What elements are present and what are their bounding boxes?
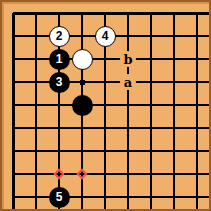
board-intersection xyxy=(2,71,25,94)
stone-black-1: 1 xyxy=(49,49,70,70)
board-intersection xyxy=(186,163,209,186)
board-intersection xyxy=(163,71,186,94)
board-intersection xyxy=(186,186,209,209)
board-intersection xyxy=(163,25,186,48)
board-intersection xyxy=(71,140,94,163)
board-intersection xyxy=(48,163,71,186)
board-intersection xyxy=(25,48,48,71)
board-intersection xyxy=(186,48,209,71)
board-intersection xyxy=(163,140,186,163)
board-intersection xyxy=(2,25,25,48)
board-intersection xyxy=(117,117,140,140)
board-intersection xyxy=(94,186,117,209)
board-intersection xyxy=(48,140,71,163)
board-intersection xyxy=(140,71,163,94)
board-intersection xyxy=(140,48,163,71)
board-intersection xyxy=(117,163,140,186)
board-intersection xyxy=(2,163,25,186)
board-intersection xyxy=(71,25,94,48)
go-board-grid: 241b3a5 xyxy=(2,2,209,209)
board-intersection xyxy=(71,163,94,186)
board-intersection xyxy=(2,140,25,163)
board-intersection xyxy=(71,117,94,140)
board-intersection xyxy=(186,25,209,48)
board-intersection: b xyxy=(117,48,140,71)
board-intersection xyxy=(71,71,94,94)
board-intersection xyxy=(94,140,117,163)
board-intersection xyxy=(2,117,25,140)
board-intersection xyxy=(140,186,163,209)
board-intersection: 3 xyxy=(48,71,71,94)
board-intersection xyxy=(140,94,163,117)
board-frame-bevel-top xyxy=(2,2,209,4)
board-intersection xyxy=(25,186,48,209)
board-intersection xyxy=(94,94,117,117)
board-intersection xyxy=(117,2,140,25)
stone-white xyxy=(72,49,93,70)
board-intersection xyxy=(186,2,209,25)
board-intersection xyxy=(140,2,163,25)
board-intersection xyxy=(117,186,140,209)
board-intersection: 1 xyxy=(48,48,71,71)
stone-black-3: 3 xyxy=(49,72,70,93)
board-intersection xyxy=(25,140,48,163)
board-intersection xyxy=(48,117,71,140)
stone-white-2: 2 xyxy=(49,26,70,47)
board-intersection xyxy=(94,48,117,71)
board-intersection xyxy=(163,48,186,71)
point-label-b: b xyxy=(120,51,136,67)
diamond-marker-icon xyxy=(53,168,64,179)
board-intersection xyxy=(163,94,186,117)
board-intersection xyxy=(186,117,209,140)
board-intersection xyxy=(117,25,140,48)
board-intersection xyxy=(186,140,209,163)
board-intersection xyxy=(94,163,117,186)
hoshi-point-icon xyxy=(80,80,85,85)
board-intersection xyxy=(25,25,48,48)
board-intersection xyxy=(25,2,48,25)
board-intersection xyxy=(2,2,25,25)
board-intersection xyxy=(94,71,117,94)
board-intersection xyxy=(25,71,48,94)
diamond-marker-icon xyxy=(76,168,87,179)
board-intersection xyxy=(117,94,140,117)
stone-white-4: 4 xyxy=(95,26,116,47)
board-intersection xyxy=(25,94,48,117)
board-intersection xyxy=(2,48,25,71)
board-intersection xyxy=(48,94,71,117)
board-intersection xyxy=(163,163,186,186)
board-intersection xyxy=(140,25,163,48)
board-intersection xyxy=(140,140,163,163)
board-intersection: 2 xyxy=(48,25,71,48)
board-intersection xyxy=(48,2,71,25)
board-intersection xyxy=(140,163,163,186)
board-intersection xyxy=(94,2,117,25)
board-intersection xyxy=(25,163,48,186)
board-intersection: a xyxy=(117,71,140,94)
board-intersection xyxy=(186,71,209,94)
board-intersection xyxy=(2,186,25,209)
stone-black-5: 5 xyxy=(49,187,70,208)
board-intersection: 4 xyxy=(94,25,117,48)
board-intersection xyxy=(94,117,117,140)
board-intersection xyxy=(163,117,186,140)
point-label-a: a xyxy=(120,74,136,90)
board-intersection xyxy=(71,186,94,209)
board-intersection xyxy=(140,117,163,140)
board-intersection: 5 xyxy=(48,186,71,209)
board-intersection xyxy=(2,94,25,117)
board-intersection xyxy=(163,186,186,209)
board-intersection xyxy=(163,2,186,25)
board-frame-bevel-left xyxy=(2,2,4,209)
go-board-diagram: 241b3a5 xyxy=(0,0,211,211)
board-intersection xyxy=(71,94,94,117)
stone-black xyxy=(72,95,93,116)
board-intersection xyxy=(71,2,94,25)
board-intersection xyxy=(71,48,94,71)
board-intersection xyxy=(25,117,48,140)
board-intersection xyxy=(117,140,140,163)
board-intersection xyxy=(186,94,209,117)
